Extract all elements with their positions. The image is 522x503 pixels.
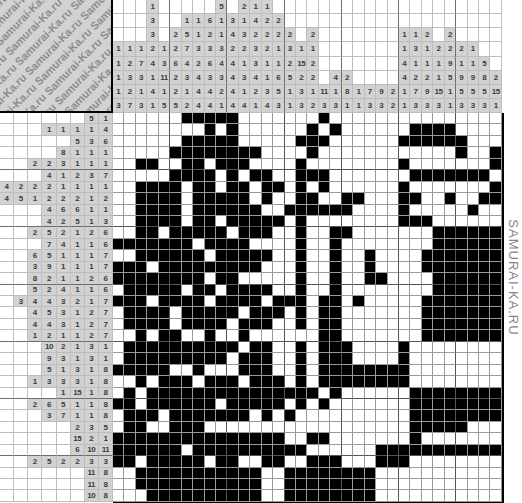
grid-cell-filled[interactable] [456,319,467,330]
grid-cell-empty[interactable] [227,365,238,376]
grid-cell-filled[interactable] [319,319,330,330]
grid-cell-empty[interactable] [353,182,364,193]
grid-cell-empty[interactable] [445,342,456,353]
grid-cell-empty[interactable] [376,468,387,479]
grid-cell-empty[interactable] [388,296,399,307]
grid-cell-empty[interactable] [285,262,296,273]
grid-cell-filled[interactable] [296,445,307,456]
grid-cell-empty[interactable] [342,159,353,170]
grid-cell-filled[interactable] [250,353,261,364]
grid-cell-filled[interactable] [227,296,238,307]
grid-cell-empty[interactable] [490,468,501,479]
grid-cell-empty[interactable] [490,365,501,376]
grid-cell-filled[interactable] [490,227,501,238]
grid-cell-filled[interactable] [445,307,456,318]
grid-cell-empty[interactable] [433,376,444,387]
grid-cell-filled[interactable] [205,239,216,250]
grid-cell-filled[interactable] [159,342,170,353]
grid-cell-empty[interactable] [376,307,387,318]
grid-cell-empty[interactable] [365,307,376,318]
grid-cell-filled[interactable] [170,239,181,250]
grid-cell-filled[interactable] [456,410,467,421]
grid-cell-empty[interactable] [490,490,501,501]
grid-cell-empty[interactable] [422,147,433,158]
grid-cell-empty[interactable] [490,353,501,364]
grid-cell-empty[interactable] [468,353,479,364]
grid-cell-filled[interactable] [193,433,204,444]
grid-cell-filled[interactable] [365,250,376,261]
grid-cell-filled[interactable] [456,399,467,410]
grid-cell-empty[interactable] [468,342,479,353]
grid-cell-empty[interactable] [216,285,227,296]
grid-cell-empty[interactable] [159,147,170,158]
grid-cell-filled[interactable] [410,433,421,444]
grid-cell-empty[interactable] [433,490,444,501]
grid-cell-empty[interactable] [353,147,364,158]
grid-cell-empty[interactable] [273,250,284,261]
grid-cell-empty[interactable] [342,113,353,124]
grid-cell-empty[interactable] [353,433,364,444]
grid-cell-filled[interactable] [250,376,261,387]
grid-cell-filled[interactable] [296,376,307,387]
grid-cell-empty[interactable] [170,319,181,330]
grid-cell-empty[interactable] [445,147,456,158]
grid-cell-empty[interactable] [456,365,467,376]
grid-cell-empty[interactable] [399,250,410,261]
grid-cell-empty[interactable] [445,468,456,479]
grid-cell-filled[interactable] [468,205,479,216]
grid-cell-empty[interactable] [365,136,376,147]
grid-cell-empty[interactable] [479,353,490,364]
grid-cell-filled[interactable] [410,124,421,135]
grid-cell-empty[interactable] [147,136,158,147]
grid-cell-filled[interactable] [490,296,501,307]
grid-cell-filled[interactable] [216,227,227,238]
grid-cell-filled[interactable] [227,273,238,284]
grid-cell-empty[interactable] [285,342,296,353]
grid-cell-filled[interactable] [490,250,501,261]
grid-cell-empty[interactable] [262,422,273,433]
grid-cell-empty[interactable] [182,445,193,456]
grid-cell-filled[interactable] [388,376,399,387]
grid-cell-filled[interactable] [342,193,353,204]
grid-cell-filled[interactable] [170,296,181,307]
grid-cell-filled[interactable] [250,205,261,216]
grid-cell-empty[interactable] [410,456,421,467]
grid-cell-empty[interactable] [490,376,501,387]
grid-cell-empty[interactable] [353,227,364,238]
grid-cell-empty[interactable] [490,456,501,467]
grid-cell-filled[interactable] [136,410,147,421]
grid-cell-filled[interactable] [193,490,204,501]
grid-cell-filled[interactable] [136,376,147,387]
grid-cell-filled[interactable] [227,490,238,501]
grid-cell-empty[interactable] [376,285,387,296]
grid-cell-empty[interactable] [342,445,353,456]
grid-cell-empty[interactable] [319,147,330,158]
grid-cell-empty[interactable] [296,113,307,124]
grid-cell-empty[interactable] [468,490,479,501]
grid-cell-filled[interactable] [159,479,170,490]
grid-cell-filled[interactable] [445,273,456,284]
grid-cell-filled[interactable] [262,307,273,318]
grid-cell-filled[interactable] [330,296,341,307]
grid-cell-filled[interactable] [330,388,341,399]
grid-cell-empty[interactable] [388,262,399,273]
grid-cell-empty[interactable] [285,147,296,158]
grid-cell-filled[interactable] [422,388,433,399]
grid-cell-filled[interactable] [250,365,261,376]
grid-cell-filled[interactable] [296,468,307,479]
grid-cell-filled[interactable] [330,342,341,353]
grid-cell-empty[interactable] [490,124,501,135]
grid-cell-filled[interactable] [136,445,147,456]
grid-cell-filled[interactable] [205,113,216,124]
grid-cell-empty[interactable] [353,285,364,296]
grid-cell-filled[interactable] [193,388,204,399]
grid-cell-filled[interactable] [227,433,238,444]
grid-cell-filled[interactable] [399,342,410,353]
grid-cell-filled[interactable] [239,490,250,501]
grid-cell-empty[interactable] [182,330,193,341]
grid-cell-empty[interactable] [285,433,296,444]
grid-cell-filled[interactable] [216,456,227,467]
grid-cell-empty[interactable] [307,182,318,193]
grid-cell-filled[interactable] [147,342,158,353]
grid-cell-filled[interactable] [182,307,193,318]
grid-cell-empty[interactable] [136,113,147,124]
grid-cell-filled[interactable] [262,193,273,204]
grid-cell-empty[interactable] [410,239,421,250]
grid-cell-filled[interactable] [239,216,250,227]
grid-cell-filled[interactable] [170,376,181,387]
grid-cell-filled[interactable] [330,365,341,376]
grid-cell-empty[interactable] [124,170,135,181]
grid-cell-filled[interactable] [365,468,376,479]
grid-cell-filled[interactable] [330,273,341,284]
grid-cell-empty[interactable] [285,182,296,193]
grid-cell-filled[interactable] [433,285,444,296]
grid-cell-empty[interactable] [273,193,284,204]
grid-cell-filled[interactable] [445,388,456,399]
grid-cell-empty[interactable] [399,468,410,479]
grid-cell-empty[interactable] [456,456,467,467]
grid-cell-empty[interactable] [124,136,135,147]
grid-cell-filled[interactable] [113,262,124,273]
grid-cell-filled[interactable] [479,296,490,307]
grid-cell-empty[interactable] [353,422,364,433]
grid-cell-filled[interactable] [170,205,181,216]
grid-cell-filled[interactable] [159,353,170,364]
grid-cell-empty[interactable] [365,205,376,216]
grid-cell-filled[interactable] [182,479,193,490]
grid-cell-empty[interactable] [490,342,501,353]
grid-cell-filled[interactable] [250,433,261,444]
grid-cell-empty[interactable] [113,159,124,170]
grid-cell-empty[interactable] [182,193,193,204]
grid-cell-filled[interactable] [399,365,410,376]
grid-cell-filled[interactable] [147,205,158,216]
grid-cell-filled[interactable] [147,490,158,501]
grid-cell-filled[interactable] [227,285,238,296]
grid-cell-empty[interactable] [113,479,124,490]
grid-cell-empty[interactable] [422,227,433,238]
grid-cell-empty[interactable] [319,124,330,135]
grid-cell-filled[interactable] [330,490,341,501]
grid-cell-empty[interactable] [262,205,273,216]
grid-cell-empty[interactable] [147,113,158,124]
grid-cell-empty[interactable] [399,113,410,124]
grid-cell-empty[interactable] [296,147,307,158]
grid-cell-empty[interactable] [330,410,341,421]
grid-cell-filled[interactable] [159,319,170,330]
grid-cell-empty[interactable] [433,159,444,170]
grid-cell-empty[interactable] [319,159,330,170]
grid-cell-filled[interactable] [490,388,501,399]
grid-cell-empty[interactable] [262,159,273,170]
grid-cell-filled[interactable] [468,296,479,307]
grid-cell-filled[interactable] [330,376,341,387]
grid-cell-empty[interactable] [422,342,433,353]
grid-cell-empty[interactable] [456,376,467,387]
grid-cell-filled[interactable] [147,399,158,410]
grid-cell-filled[interactable] [296,342,307,353]
grid-cell-empty[interactable] [113,376,124,387]
grid-cell-empty[interactable] [159,422,170,433]
grid-cell-empty[interactable] [273,490,284,501]
grid-cell-empty[interactable] [376,490,387,501]
grid-cell-empty[interactable] [490,170,501,181]
grid-cell-filled[interactable] [410,216,421,227]
grid-cell-empty[interactable] [445,376,456,387]
grid-cell-filled[interactable] [239,182,250,193]
grid-cell-filled[interactable] [330,250,341,261]
grid-cell-filled[interactable] [159,330,170,341]
grid-cell-filled[interactable] [490,445,501,456]
grid-cell-filled[interactable] [433,296,444,307]
grid-cell-empty[interactable] [285,227,296,238]
grid-cell-filled[interactable] [182,353,193,364]
grid-cell-empty[interactable] [445,456,456,467]
grid-cell-filled[interactable] [365,479,376,490]
grid-cell-filled[interactable] [250,227,261,238]
grid-cell-empty[interactable] [468,468,479,479]
grid-cell-empty[interactable] [399,433,410,444]
grid-cell-empty[interactable] [124,479,135,490]
grid-cell-empty[interactable] [250,182,261,193]
grid-cell-empty[interactable] [422,273,433,284]
grid-cell-filled[interactable] [433,410,444,421]
grid-cell-empty[interactable] [136,456,147,467]
grid-cell-filled[interactable] [124,399,135,410]
grid-cell-filled[interactable] [468,307,479,318]
grid-cell-filled[interactable] [193,170,204,181]
grid-cell-filled[interactable] [147,216,158,227]
grid-cell-empty[interactable] [319,273,330,284]
grid-cell-filled[interactable] [376,273,387,284]
grid-cell-filled[interactable] [227,445,238,456]
grid-cell-empty[interactable] [399,262,410,273]
grid-cell-empty[interactable] [353,136,364,147]
grid-cell-empty[interactable] [388,319,399,330]
grid-cell-empty[interactable] [239,170,250,181]
grid-cell-filled[interactable] [468,273,479,284]
grid-cell-filled[interactable] [330,239,341,250]
grid-cell-empty[interactable] [433,205,444,216]
grid-cell-filled[interactable] [193,399,204,410]
grid-cell-filled[interactable] [147,456,158,467]
grid-cell-empty[interactable] [124,330,135,341]
grid-cell-filled[interactable] [159,307,170,318]
grid-cell-filled[interactable] [422,262,433,273]
grid-cell-empty[interactable] [388,273,399,284]
grid-cell-filled[interactable] [170,456,181,467]
grid-cell-empty[interactable] [399,227,410,238]
grid-cell-filled[interactable] [239,285,250,296]
grid-cell-filled[interactable] [307,388,318,399]
grid-cell-empty[interactable] [353,205,364,216]
grid-cell-filled[interactable] [250,216,261,227]
grid-cell-filled[interactable] [239,433,250,444]
grid-cell-empty[interactable] [285,273,296,284]
grid-cell-filled[interactable] [170,227,181,238]
grid-cell-filled[interactable] [307,124,318,135]
grid-cell-filled[interactable] [433,307,444,318]
grid-cell-empty[interactable] [124,468,135,479]
grid-cell-empty[interactable] [285,353,296,364]
grid-cell-filled[interactable] [410,399,421,410]
grid-cell-filled[interactable] [445,296,456,307]
grid-cell-empty[interactable] [273,113,284,124]
grid-cell-filled[interactable] [456,285,467,296]
grid-cell-filled[interactable] [250,285,261,296]
grid-cell-filled[interactable] [307,147,318,158]
grid-cell-empty[interactable] [388,113,399,124]
grid-cell-empty[interactable] [353,262,364,273]
grid-cell-filled[interactable] [227,468,238,479]
grid-cell-filled[interactable] [136,182,147,193]
grid-cell-filled[interactable] [147,250,158,261]
grid-cell-empty[interactable] [433,193,444,204]
grid-cell-empty[interactable] [456,159,467,170]
grid-cell-filled[interactable] [216,159,227,170]
grid-cell-empty[interactable] [353,239,364,250]
grid-cell-filled[interactable] [262,388,273,399]
grid-cell-filled[interactable] [456,239,467,250]
grid-cell-filled[interactable] [147,365,158,376]
grid-cell-filled[interactable] [239,330,250,341]
grid-cell-empty[interactable] [250,330,261,341]
grid-cell-empty[interactable] [273,227,284,238]
grid-cell-filled[interactable] [456,227,467,238]
grid-cell-filled[interactable] [296,250,307,261]
grid-cell-filled[interactable] [124,262,135,273]
grid-cell-empty[interactable] [388,170,399,181]
grid-cell-empty[interactable] [433,216,444,227]
grid-cell-empty[interactable] [479,342,490,353]
grid-cell-empty[interactable] [388,433,399,444]
grid-cell-filled[interactable] [456,147,467,158]
grid-cell-filled[interactable] [490,262,501,273]
grid-cell-empty[interactable] [422,490,433,501]
grid-cell-empty[interactable] [113,250,124,261]
grid-cell-empty[interactable] [353,273,364,284]
grid-cell-empty[interactable] [388,124,399,135]
grid-cell-filled[interactable] [307,136,318,147]
grid-cell-filled[interactable] [319,136,330,147]
grid-cell-filled[interactable] [296,365,307,376]
grid-cell-filled[interactable] [422,422,433,433]
grid-cell-filled[interactable] [227,388,238,399]
grid-cell-filled[interactable] [239,319,250,330]
grid-cell-empty[interactable] [342,285,353,296]
grid-cell-empty[interactable] [353,445,364,456]
grid-cell-empty[interactable] [490,113,501,124]
grid-cell-empty[interactable] [239,113,250,124]
grid-cell-filled[interactable] [159,296,170,307]
grid-cell-filled[interactable] [170,273,181,284]
grid-cell-filled[interactable] [296,388,307,399]
grid-cell-empty[interactable] [433,479,444,490]
grid-cell-filled[interactable] [124,410,135,421]
grid-cell-empty[interactable] [205,250,216,261]
grid-cell-filled[interactable] [296,216,307,227]
grid-cell-empty[interactable] [250,410,261,421]
grid-cell-filled[interactable] [262,319,273,330]
grid-cell-filled[interactable] [205,445,216,456]
grid-cell-filled[interactable] [296,193,307,204]
grid-cell-filled[interactable] [182,468,193,479]
grid-cell-filled[interactable] [193,479,204,490]
grid-cell-filled[interactable] [273,433,284,444]
grid-cell-filled[interactable] [136,342,147,353]
grid-cell-filled[interactable] [182,296,193,307]
grid-cell-empty[interactable] [250,124,261,135]
grid-cell-filled[interactable] [182,113,193,124]
grid-cell-filled[interactable] [113,273,124,284]
grid-cell-filled[interactable] [170,388,181,399]
grid-cell-empty[interactable] [124,490,135,501]
grid-cell-filled[interactable] [136,239,147,250]
grid-cell-filled[interactable] [319,479,330,490]
grid-cell-empty[interactable] [456,193,467,204]
grid-cell-empty[interactable] [273,239,284,250]
grid-cell-filled[interactable] [124,445,135,456]
grid-cell-empty[interactable] [433,342,444,353]
grid-cell-filled[interactable] [273,182,284,193]
grid-cell-empty[interactable] [365,456,376,467]
grid-cell-empty[interactable] [205,422,216,433]
grid-cell-empty[interactable] [468,113,479,124]
grid-cell-empty[interactable] [250,273,261,284]
grid-cell-empty[interactable] [376,433,387,444]
grid-cell-empty[interactable] [319,285,330,296]
grid-cell-filled[interactable] [342,353,353,364]
grid-cell-empty[interactable] [330,159,341,170]
grid-cell-empty[interactable] [376,319,387,330]
grid-cell-empty[interactable] [342,296,353,307]
grid-cell-empty[interactable] [399,307,410,318]
grid-cell-filled[interactable] [388,365,399,376]
grid-cell-filled[interactable] [227,205,238,216]
grid-cell-filled[interactable] [319,376,330,387]
grid-cell-empty[interactable] [273,365,284,376]
grid-cell-filled[interactable] [124,273,135,284]
grid-cell-filled[interactable] [216,479,227,490]
grid-cell-filled[interactable] [205,468,216,479]
grid-cell-empty[interactable] [376,227,387,238]
grid-cell-empty[interactable] [182,216,193,227]
